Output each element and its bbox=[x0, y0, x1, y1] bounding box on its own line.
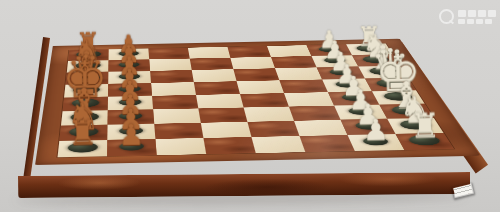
square-a8[interactable]: ♜ bbox=[68, 49, 109, 61]
square-f8[interactable]: ♝ bbox=[61, 110, 108, 125]
board-frame: ♜♟♟♜♞♟♟♞♝♟♟♝♛♟♟♛♚♟♟♚♝♟♟♝♞♟♟♞♜♟♟♜ bbox=[35, 39, 480, 165]
square-d4[interactable] bbox=[237, 80, 284, 94]
square-g3[interactable] bbox=[294, 120, 348, 136]
square-h5[interactable] bbox=[203, 137, 255, 154]
piece-rock-base bbox=[75, 62, 101, 70]
square-b2[interactable]: ♟ bbox=[311, 55, 358, 67]
piece-rock-base bbox=[73, 86, 100, 94]
board-grid: ♜♟♟♜♞♟♟♞♝♟♟♝♛♟♟♛♚♟♟♚♝♟♟♝♞♟♟♞♜♟♟♜ bbox=[58, 44, 454, 158]
square-g4[interactable] bbox=[247, 121, 299, 137]
square-e4[interactable] bbox=[240, 93, 289, 107]
square-a1[interactable]: ♜ bbox=[346, 44, 393, 56]
watermark-text bbox=[458, 10, 496, 24]
piece-rock-base bbox=[67, 142, 98, 153]
square-e1[interactable]: ♚ bbox=[372, 90, 425, 104]
square-c8[interactable]: ♝ bbox=[65, 72, 108, 85]
piece-rock-base bbox=[361, 137, 389, 146]
piece-rock-base bbox=[329, 69, 353, 75]
square-f3[interactable] bbox=[289, 106, 341, 121]
board-scene: ♜♟♟♜♞♟♟♞♝♟♟♝♛♟♟♛♚♟♟♚♝♟♟♝♞♟♟♞♜♟♟♜ bbox=[0, 0, 500, 212]
square-h8[interactable]: ♜ bbox=[58, 140, 108, 157]
square-c3[interactable] bbox=[275, 67, 322, 80]
square-g7[interactable]: ♟ bbox=[107, 124, 155, 140]
photo-canvas: ♜♟♟♜♞♟♟♞♝♟♟♝♛♟♟♛♚♟♟♚♝♟♟♝♞♟♟♞♜♟♟♜ bbox=[0, 0, 500, 212]
square-h4[interactable] bbox=[251, 136, 305, 153]
piece-rock-base bbox=[347, 107, 374, 115]
square-b1[interactable]: ♞ bbox=[352, 54, 400, 66]
square-b8[interactable]: ♞ bbox=[67, 60, 109, 72]
piece-rock-base bbox=[119, 85, 141, 92]
piece-rock-base bbox=[375, 79, 406, 87]
square-e2[interactable]: ♟ bbox=[328, 91, 379, 105]
square-h7[interactable]: ♟ bbox=[107, 139, 157, 156]
square-e6[interactable] bbox=[152, 95, 198, 109]
square-h2[interactable]: ♟ bbox=[348, 134, 405, 151]
square-h3[interactable] bbox=[299, 135, 354, 152]
square-c1[interactable]: ♝ bbox=[358, 66, 407, 79]
square-d2[interactable]: ♟ bbox=[322, 79, 372, 93]
square-e3[interactable] bbox=[284, 92, 334, 106]
square-d1[interactable]: ♛ bbox=[365, 78, 416, 92]
piece-rock-base bbox=[407, 135, 443, 145]
square-h6[interactable] bbox=[155, 138, 206, 155]
square-e7[interactable]: ♟ bbox=[108, 96, 153, 110]
square-f1[interactable]: ♝ bbox=[379, 104, 433, 119]
square-b7[interactable]: ♟ bbox=[108, 59, 150, 71]
square-b5[interactable] bbox=[190, 58, 234, 70]
watermark-text-line bbox=[458, 19, 496, 24]
square-f7[interactable]: ♟ bbox=[108, 109, 155, 124]
square-b4[interactable] bbox=[230, 57, 275, 69]
square-g2[interactable]: ♟ bbox=[341, 119, 396, 135]
square-c4[interactable] bbox=[233, 68, 279, 81]
piece-rock-base bbox=[355, 45, 384, 52]
piece-rock-base bbox=[69, 127, 99, 137]
square-a3[interactable] bbox=[267, 45, 311, 57]
watermark-logo bbox=[439, 9, 496, 24]
square-b6[interactable] bbox=[149, 59, 192, 71]
piece-rock-base bbox=[341, 94, 367, 101]
square-c5[interactable] bbox=[192, 69, 237, 82]
square-c2[interactable]: ♟ bbox=[317, 67, 365, 80]
square-g1[interactable]: ♞ bbox=[387, 118, 443, 134]
piece-rock-base bbox=[119, 73, 140, 80]
piece-rock-base bbox=[390, 106, 423, 115]
piece-rock-base bbox=[318, 46, 341, 52]
piece-rock-base bbox=[398, 120, 433, 130]
piece-rock-base bbox=[119, 142, 144, 151]
piece-rock-base bbox=[119, 50, 139, 56]
piece-rock-base bbox=[70, 112, 99, 121]
piece-rock-base bbox=[119, 127, 143, 135]
square-a4[interactable] bbox=[227, 46, 270, 58]
square-a7[interactable]: ♟ bbox=[109, 48, 150, 60]
magnifier-circle-icon bbox=[439, 9, 454, 24]
square-f6[interactable] bbox=[153, 108, 201, 123]
piece-rock-base bbox=[382, 92, 414, 101]
square-a2[interactable]: ♟ bbox=[307, 44, 353, 56]
piece-rock-base bbox=[119, 62, 140, 68]
piece-rock-base bbox=[368, 67, 398, 75]
square-g5[interactable] bbox=[201, 122, 252, 138]
piece-rock-base bbox=[334, 81, 359, 88]
piece-rock-base bbox=[361, 56, 390, 63]
piece-rock-base bbox=[74, 73, 100, 81]
square-d6[interactable] bbox=[151, 82, 196, 96]
square-f5[interactable] bbox=[198, 107, 247, 122]
square-g6[interactable] bbox=[154, 123, 203, 139]
square-c6[interactable] bbox=[150, 70, 194, 83]
square-e5[interactable] bbox=[196, 94, 244, 108]
square-e8[interactable]: ♚ bbox=[63, 97, 108, 112]
square-g8[interactable]: ♞ bbox=[59, 125, 107, 141]
square-d7[interactable]: ♟ bbox=[108, 83, 152, 97]
square-f4[interactable] bbox=[244, 107, 294, 122]
square-b3[interactable] bbox=[271, 56, 317, 68]
square-d8[interactable]: ♛ bbox=[64, 84, 108, 98]
piece-rock-base bbox=[354, 122, 381, 130]
piece-rock-base bbox=[76, 51, 101, 58]
piece-rock-base bbox=[323, 57, 346, 63]
piece-rock-base bbox=[119, 98, 142, 105]
square-c7[interactable]: ♟ bbox=[108, 71, 151, 84]
square-f2[interactable]: ♟ bbox=[334, 105, 387, 120]
square-a6[interactable] bbox=[148, 48, 189, 60]
watermark-text-line bbox=[458, 10, 496, 17]
piece-rock-base bbox=[119, 112, 142, 120]
square-d3[interactable] bbox=[279, 79, 328, 93]
square-a5[interactable] bbox=[188, 47, 230, 59]
piece-rock-base bbox=[72, 99, 100, 108]
square-h1[interactable]: ♜ bbox=[396, 133, 454, 150]
square-d5[interactable] bbox=[194, 81, 240, 95]
